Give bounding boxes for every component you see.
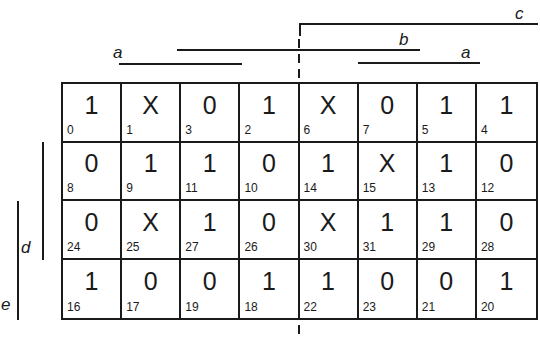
cell-index: 13 — [422, 182, 435, 194]
cell-index: 27 — [185, 241, 198, 253]
cell-index: 12 — [481, 182, 494, 194]
bracket-tick-c — [299, 23, 301, 36]
kmap-cell: X15 — [359, 143, 418, 202]
cell-value: 0 — [380, 269, 394, 294]
cell-index: 25 — [126, 241, 139, 253]
kmap-grid: 10X10312X60715140819111010114X1511301202… — [61, 82, 538, 320]
kmap-cell: 15 — [418, 84, 477, 143]
cell-value: X — [142, 93, 159, 118]
cell-value: 1 — [380, 210, 394, 235]
kmap-cell: 026 — [240, 201, 299, 260]
kmap-cell: X1 — [122, 84, 181, 143]
kmap-cell: 08 — [63, 143, 122, 202]
cell-value: 0 — [380, 93, 394, 118]
cell-index: 28 — [481, 241, 494, 253]
kmap-cell: 12 — [240, 84, 299, 143]
cell-value: 1 — [321, 269, 335, 294]
cell-value: 1 — [439, 210, 453, 235]
kmap-cell: 012 — [477, 143, 536, 202]
kmap-cell: X6 — [300, 84, 359, 143]
cell-index: 15 — [363, 182, 376, 194]
cell-index: 24 — [67, 241, 80, 253]
cell-index: 9 — [126, 182, 133, 194]
cell-index: 14 — [304, 182, 317, 194]
bracket-label-c: c — [515, 5, 524, 22]
cell-index: 7 — [363, 124, 370, 136]
cell-index: 18 — [244, 301, 257, 313]
bracket-line-e — [17, 201, 19, 320]
cell-index: 1 — [126, 124, 133, 136]
cell-index: 21 — [422, 301, 435, 313]
cell-value: X — [379, 151, 396, 176]
cell-index: 3 — [185, 124, 192, 136]
kmap-cell: 010 — [240, 143, 299, 202]
cell-value: 1 — [262, 269, 276, 294]
bracket-line-c — [299, 23, 538, 25]
kmap-cell: 114 — [300, 143, 359, 202]
bracket-line-a-right — [358, 62, 480, 64]
kmap-cell: 19 — [122, 143, 181, 202]
cell-value: 1 — [203, 210, 217, 235]
kmap-cell: 113 — [418, 143, 477, 202]
cell-index: 6 — [304, 124, 311, 136]
bracket-line-a-left — [119, 63, 242, 65]
kmap-cell: 03 — [181, 84, 240, 143]
kmap-cell: 111 — [181, 143, 240, 202]
kmap-cell: X25 — [122, 201, 181, 260]
cell-value: 1 — [499, 269, 513, 294]
bracket-label-d: d — [21, 239, 30, 256]
center-dashed-line-top — [298, 39, 300, 82]
cell-index: 8 — [67, 182, 74, 194]
bracket-label-a-left: a — [113, 44, 122, 61]
cell-index: 26 — [244, 241, 257, 253]
kmap-cell: 023 — [359, 260, 418, 319]
cell-value: 1 — [439, 151, 453, 176]
kmap-cell: 024 — [63, 201, 122, 260]
cell-value: 0 — [439, 269, 453, 294]
cell-index: 2 — [244, 124, 251, 136]
kmap-cell: 14 — [477, 84, 536, 143]
cell-index: 16 — [67, 301, 80, 313]
cell-value: 0 — [144, 269, 158, 294]
cell-value: X — [320, 210, 337, 235]
kmap-cell: 129 — [418, 201, 477, 260]
kmap-cell: X30 — [300, 201, 359, 260]
cell-index: 29 — [422, 241, 435, 253]
bracket-label-b: b — [399, 31, 408, 48]
cell-value: 0 — [262, 151, 276, 176]
kmap-cell: 118 — [240, 260, 299, 319]
cell-value: 0 — [262, 210, 276, 235]
cell-value: 0 — [499, 210, 513, 235]
cell-index: 11 — [185, 182, 197, 194]
kmap-cell: 017 — [122, 260, 181, 319]
cell-index: 20 — [481, 301, 494, 313]
kmap-diagram: c b a a d e 10X10312X6071514081911101011… — [0, 0, 540, 342]
cell-value: 1 — [321, 151, 335, 176]
cell-index: 22 — [304, 301, 317, 313]
kmap-cell: 028 — [477, 201, 536, 260]
kmap-cell: 120 — [477, 260, 536, 319]
cell-value: 0 — [499, 151, 513, 176]
cell-value: 1 — [144, 151, 158, 176]
cell-value: X — [142, 210, 159, 235]
kmap-cell: 019 — [181, 260, 240, 319]
cell-value: 0 — [203, 269, 217, 294]
kmap-cell: 07 — [359, 84, 418, 143]
cell-value: 1 — [499, 93, 513, 118]
kmap-cell: 122 — [300, 260, 359, 319]
cell-value: 1 — [439, 93, 453, 118]
cell-value: 1 — [262, 93, 276, 118]
center-dashed-line-bottom — [298, 325, 300, 338]
bracket-line-d — [42, 142, 44, 260]
bracket-label-e: e — [1, 296, 10, 313]
kmap-cell: 10 — [63, 84, 122, 143]
kmap-cell: 116 — [63, 260, 122, 319]
kmap-cell: 131 — [359, 201, 418, 260]
cell-value: 1 — [203, 151, 217, 176]
cell-index: 30 — [304, 241, 317, 253]
cell-value: X — [320, 93, 337, 118]
cell-index: 31 — [363, 241, 376, 253]
cell-index: 19 — [185, 301, 198, 313]
bracket-label-a-right: a — [461, 44, 470, 61]
kmap-cell: 021 — [418, 260, 477, 319]
cell-value: 1 — [85, 93, 99, 118]
cell-index: 4 — [481, 124, 488, 136]
cell-value: 0 — [203, 93, 217, 118]
cell-value: 1 — [85, 269, 99, 294]
cell-index: 23 — [363, 301, 376, 313]
cell-index: 17 — [126, 301, 139, 313]
cell-index: 10 — [244, 182, 257, 194]
cell-value: 0 — [85, 151, 99, 176]
kmap-cell: 127 — [181, 201, 240, 260]
cell-value: 0 — [85, 210, 99, 235]
cell-index: 0 — [67, 124, 74, 136]
cell-index: 5 — [422, 124, 429, 136]
